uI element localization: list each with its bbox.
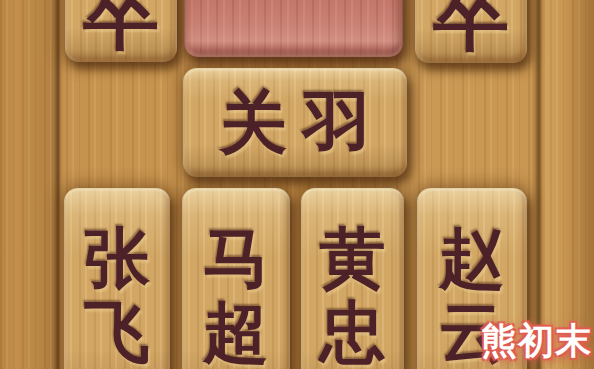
huangzhong-glyph-2: 忠 (320, 300, 386, 366)
zhangfei-glyph-2: 飞 (84, 300, 150, 366)
watermark: 熊初末 (481, 317, 592, 366)
tile-soldier-top-right[interactable]: 卒 (415, 0, 527, 63)
tile-guanyu[interactable]: 关 羽 (183, 68, 407, 177)
plank-seam-right (532, 0, 545, 369)
tile-machao[interactable]: 马 超 (182, 188, 290, 369)
soldier-glyph: 卒 (83, 0, 159, 53)
tile-caocao-red-block[interactable] (184, 0, 403, 57)
plank-seam-left (51, 0, 64, 369)
guanyu-glyph-1: 关 (219, 89, 287, 157)
zhaoyun-glyph-1: 赵 (439, 226, 505, 292)
tile-soldier-top-left[interactable]: 卒 (65, 0, 177, 62)
klotski-board: 卒 卒 关 羽 张 飞 马 超 黄 忠 赵 云 熊初末 (0, 0, 594, 369)
huangzhong-glyph-1: 黄 (320, 226, 386, 292)
soldier-glyph: 卒 (433, 0, 509, 54)
machao-glyph-2: 超 (203, 300, 269, 366)
guanyu-glyph-2: 羽 (303, 89, 371, 157)
tile-zhangfei[interactable]: 张 飞 (64, 188, 170, 369)
zhangfei-glyph-1: 张 (84, 226, 150, 292)
tile-huangzhong[interactable]: 黄 忠 (301, 188, 404, 369)
board-frame-right-plank (545, 0, 594, 369)
machao-glyph-1: 马 (203, 226, 269, 292)
board-frame-left-plank (0, 0, 53, 369)
